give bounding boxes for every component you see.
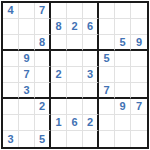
cell-r8c9[interactable] — [131, 115, 147, 131]
cell-r2c7[interactable] — [99, 19, 115, 35]
cell-r1c9[interactable] — [131, 3, 147, 19]
cell-r3c1[interactable] — [3, 35, 19, 51]
cell-r4c9[interactable] — [131, 51, 147, 67]
cell-r6c3[interactable] — [35, 83, 51, 99]
given-digit: 2 — [55, 69, 61, 80]
cell-r4c6[interactable] — [83, 51, 99, 67]
given-digit: 5 — [39, 134, 45, 145]
cell-r3c9[interactable]: 9 — [131, 35, 147, 51]
cell-r4c5[interactable] — [67, 51, 83, 67]
cell-r5c5[interactable] — [67, 67, 83, 83]
given-digit: 3 — [23, 85, 29, 96]
cell-r7c8[interactable]: 9 — [115, 99, 131, 115]
sudoku-board: 47826859957233729716235 — [1, 1, 149, 149]
sudoku-app: 47826859957233729716235 — [0, 0, 150, 150]
given-digit: 3 — [87, 69, 93, 80]
given-digit: 7 — [39, 5, 45, 16]
cell-r1c8[interactable] — [115, 3, 131, 19]
cell-r7c1[interactable] — [3, 99, 19, 115]
cell-r7c5[interactable] — [67, 99, 83, 115]
cell-r1c4[interactable] — [51, 3, 67, 19]
cell-r2c2[interactable] — [19, 19, 35, 35]
cell-r2c9[interactable] — [131, 19, 147, 35]
given-digit: 8 — [39, 37, 45, 48]
cell-r3c7[interactable] — [99, 35, 115, 51]
cell-r8c8[interactable] — [115, 115, 131, 131]
cell-r1c2[interactable] — [19, 3, 35, 19]
given-digit: 2 — [71, 21, 77, 32]
cell-r6c6[interactable] — [83, 83, 99, 99]
cell-r8c4[interactable]: 1 — [51, 115, 67, 131]
cell-r3c8[interactable]: 5 — [115, 35, 131, 51]
cell-r8c7[interactable] — [99, 115, 115, 131]
given-digit: 2 — [87, 117, 93, 128]
given-digit: 8 — [55, 21, 61, 32]
cell-r4c2[interactable]: 9 — [19, 51, 35, 67]
cell-r5c4[interactable]: 2 — [51, 67, 67, 83]
cell-r2c3[interactable] — [35, 19, 51, 35]
cell-r9c1[interactable]: 3 — [3, 131, 19, 147]
cell-r5c1[interactable] — [3, 67, 19, 83]
cell-r1c1[interactable]: 4 — [3, 3, 19, 19]
cell-r5c9[interactable] — [131, 67, 147, 83]
cell-r5c7[interactable] — [99, 67, 115, 83]
cell-r2c5[interactable]: 2 — [67, 19, 83, 35]
cell-r7c2[interactable] — [19, 99, 35, 115]
cell-r5c2[interactable]: 7 — [19, 67, 35, 83]
given-digit: 6 — [71, 117, 77, 128]
cell-r9c3[interactable]: 5 — [35, 131, 51, 147]
cell-r9c6[interactable] — [83, 131, 99, 147]
cell-r3c4[interactable] — [51, 35, 67, 51]
given-digit: 4 — [7, 5, 13, 16]
cell-r4c1[interactable] — [3, 51, 19, 67]
cell-r6c9[interactable] — [131, 83, 147, 99]
cell-r7c6[interactable] — [83, 99, 99, 115]
cell-r4c8[interactable] — [115, 51, 131, 67]
cell-r9c5[interactable] — [67, 131, 83, 147]
cell-r4c3[interactable] — [35, 51, 51, 67]
cell-r7c4[interactable] — [51, 99, 67, 115]
cell-r3c3[interactable]: 8 — [35, 35, 51, 51]
cell-r2c1[interactable] — [3, 19, 19, 35]
cell-r3c2[interactable] — [19, 35, 35, 51]
cell-r5c6[interactable]: 3 — [83, 67, 99, 83]
given-digit: 7 — [103, 85, 109, 96]
given-digit: 9 — [119, 101, 125, 112]
cell-r3c5[interactable] — [67, 35, 83, 51]
cell-r8c1[interactable] — [3, 115, 19, 131]
given-digit: 7 — [136, 101, 142, 112]
given-digit: 9 — [23, 53, 29, 64]
cell-r2c6[interactable]: 6 — [83, 19, 99, 35]
cell-r6c4[interactable] — [51, 83, 67, 99]
cell-r2c8[interactable] — [115, 19, 131, 35]
cell-r4c4[interactable] — [51, 51, 67, 67]
cell-r6c2[interactable]: 3 — [19, 83, 35, 99]
cell-r1c6[interactable] — [83, 3, 99, 19]
cell-r6c8[interactable] — [115, 83, 131, 99]
cell-r4c7[interactable]: 5 — [99, 51, 115, 67]
given-digit: 3 — [7, 134, 13, 145]
cell-r2c4[interactable]: 8 — [51, 19, 67, 35]
cell-r5c8[interactable] — [115, 67, 131, 83]
cell-r3c6[interactable] — [83, 35, 99, 51]
cell-r7c3[interactable]: 2 — [35, 99, 51, 115]
cell-r9c8[interactable] — [115, 131, 131, 147]
given-digit: 1 — [55, 117, 61, 128]
cell-r9c7[interactable] — [99, 131, 115, 147]
cell-r5c3[interactable] — [35, 67, 51, 83]
cell-r6c7[interactable]: 7 — [99, 83, 115, 99]
cell-r6c5[interactable] — [67, 83, 83, 99]
cell-r1c7[interactable] — [99, 3, 115, 19]
cell-r9c2[interactable] — [19, 131, 35, 147]
given-digit: 2 — [39, 101, 45, 112]
cell-r1c3[interactable]: 7 — [35, 3, 51, 19]
given-digit: 5 — [103, 53, 109, 64]
cell-r9c9[interactable] — [131, 131, 147, 147]
cell-r6c1[interactable] — [3, 83, 19, 99]
given-digit: 6 — [87, 21, 93, 32]
cell-r8c3[interactable] — [35, 115, 51, 131]
given-digit: 5 — [119, 37, 125, 48]
given-digit: 7 — [23, 69, 29, 80]
cell-r8c5[interactable]: 6 — [67, 115, 83, 131]
cell-r7c7[interactable] — [99, 99, 115, 115]
cell-r8c6[interactable]: 2 — [83, 115, 99, 131]
cell-r8c2[interactable] — [19, 115, 35, 131]
given-digit: 9 — [136, 37, 142, 48]
cell-r9c4[interactable] — [51, 131, 67, 147]
cell-r1c5[interactable] — [67, 3, 83, 19]
cell-r7c9[interactable]: 7 — [131, 99, 147, 115]
